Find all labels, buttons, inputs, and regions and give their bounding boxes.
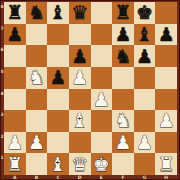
square-a3[interactable] [4,110,26,132]
file-label-a: A [4,175,26,180]
square-e1[interactable]: ♚ [91,153,113,175]
piece-white-pawn: ♟ [93,89,110,108]
file-label-h: H [155,175,177,180]
square-e7[interactable] [91,24,113,46]
board-grid: ♜♞♝♛♜♚♟♟♝♟♟♞♟♞♟♟♟♝♞♟♟♟♟♟♜♝♛♚♜ [4,2,177,175]
square-f2[interactable]: ♟ [112,132,134,154]
square-c1[interactable]: ♝ [47,153,69,175]
square-e4[interactable]: ♟ [91,89,113,111]
square-g4[interactable] [134,89,156,111]
square-g1[interactable] [134,153,156,175]
square-a7[interactable]: ♟ [4,24,26,46]
square-e5[interactable] [91,67,113,89]
square-a4[interactable] [4,89,26,111]
rank-label-7: 7 [0,26,4,31]
piece-black-bishop: ♝ [50,3,67,22]
square-e2[interactable] [91,132,113,154]
chessboard: ♜♞♝♛♜♚♟♟♝♟♟♞♟♞♟♟♟♝♞♟♟♟♟♟♜♝♛♚♜ 87654321AB… [0,0,180,180]
square-g5[interactable] [134,67,156,89]
square-d8[interactable]: ♛ [69,2,91,24]
square-h5[interactable] [155,67,177,89]
square-f3[interactable]: ♞ [112,110,134,132]
square-d1[interactable]: ♛ [69,153,91,175]
rank-label-6: 6 [0,47,4,52]
piece-white-bishop: ♝ [50,154,67,173]
piece-white-knight: ♞ [114,111,131,130]
piece-black-queen: ♛ [71,3,88,22]
piece-white-pawn: ♟ [6,133,23,152]
square-h2[interactable] [155,132,177,154]
square-b8[interactable]: ♞ [26,2,48,24]
square-h8[interactable] [155,2,177,24]
piece-black-pawn: ♟ [114,24,131,43]
square-g2[interactable]: ♟ [134,132,156,154]
rank-label-4: 4 [0,91,4,96]
file-label-g: G [134,175,156,180]
square-e3[interactable] [91,110,113,132]
square-b7[interactable] [26,24,48,46]
piece-black-pawn: ♟ [6,24,23,43]
square-g8[interactable]: ♚ [134,2,156,24]
square-h4[interactable] [155,89,177,111]
square-g7[interactable]: ♝ [134,24,156,46]
square-c6[interactable] [47,45,69,67]
square-b6[interactable] [26,45,48,67]
square-c8[interactable]: ♝ [47,2,69,24]
square-c2[interactable] [47,132,69,154]
piece-white-rook: ♜ [6,154,23,173]
piece-white-pawn: ♟ [158,111,175,130]
square-a2[interactable]: ♟ [4,132,26,154]
file-label-b: B [26,175,48,180]
piece-white-knight: ♞ [28,68,45,87]
piece-black-rook: ♜ [6,3,23,22]
square-b3[interactable] [26,110,48,132]
piece-black-knight: ♞ [28,3,45,22]
square-c3[interactable] [47,110,69,132]
square-c4[interactable] [47,89,69,111]
square-f7[interactable]: ♟ [112,24,134,46]
piece-black-bishop: ♝ [136,24,153,43]
square-a1[interactable]: ♜ [4,153,26,175]
piece-white-pawn: ♟ [114,133,131,152]
rank-label-2: 2 [0,134,4,139]
rank-label-3: 3 [0,112,4,117]
square-d2[interactable] [69,132,91,154]
square-f6[interactable]: ♞ [112,45,134,67]
piece-white-rook: ♜ [158,154,175,173]
square-e8[interactable] [91,2,113,24]
piece-white-king: ♚ [93,154,110,173]
square-b1[interactable] [26,153,48,175]
file-label-c: C [47,175,69,180]
piece-white-pawn: ♟ [136,133,153,152]
piece-black-pawn: ♟ [50,68,67,87]
piece-white-pawn: ♟ [71,68,88,87]
rank-label-1: 1 [0,155,4,160]
square-d6[interactable]: ♟ [69,45,91,67]
square-g3[interactable] [134,110,156,132]
piece-black-pawn: ♟ [158,24,175,43]
square-b5[interactable]: ♞ [26,67,48,89]
square-f8[interactable]: ♜ [112,2,134,24]
square-d7[interactable] [69,24,91,46]
file-label-e: E [91,175,113,180]
piece-white-bishop: ♝ [71,111,88,130]
piece-black-king: ♚ [136,3,153,22]
piece-black-knight: ♞ [114,46,131,65]
square-f4[interactable] [112,89,134,111]
square-h7[interactable]: ♟ [155,24,177,46]
piece-white-pawn: ♟ [28,133,45,152]
square-f1[interactable] [112,153,134,175]
square-c5[interactable]: ♟ [47,67,69,89]
piece-black-rook: ♜ [114,3,131,22]
square-h1[interactable]: ♜ [155,153,177,175]
square-d4[interactable] [69,89,91,111]
square-d3[interactable]: ♝ [69,110,91,132]
square-d5[interactable]: ♟ [69,67,91,89]
square-e6[interactable] [91,45,113,67]
piece-black-pawn: ♟ [136,46,153,65]
square-h6[interactable] [155,45,177,67]
square-b4[interactable] [26,89,48,111]
file-label-f: F [112,175,134,180]
square-a8[interactable]: ♜ [4,2,26,24]
square-g6[interactable]: ♟ [134,45,156,67]
piece-black-pawn: ♟ [71,46,88,65]
square-a5[interactable] [4,67,26,89]
square-a6[interactable] [4,45,26,67]
file-label-d: D [69,175,91,180]
rank-label-8: 8 [0,4,4,9]
square-h3[interactable]: ♟ [155,110,177,132]
square-f5[interactable] [112,67,134,89]
square-b2[interactable]: ♟ [26,132,48,154]
square-c7[interactable] [47,24,69,46]
piece-white-queen: ♛ [71,154,88,173]
rank-label-5: 5 [0,69,4,74]
